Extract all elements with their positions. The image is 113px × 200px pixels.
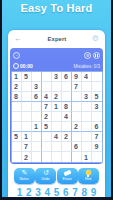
cell-r4c3[interactable]: [32, 102, 42, 112]
cell-r1c8[interactable]: 4: [82, 72, 92, 82]
numpad-7[interactable]: 7: [71, 187, 80, 198]
cell-r6c3[interactable]: 1: [32, 122, 42, 132]
banner-title: Easy To Hard: [2, 0, 111, 16]
cell-r9c7[interactable]: [72, 152, 82, 162]
cell-r1c7[interactable]: 9: [72, 72, 82, 82]
cell-r8c6[interactable]: [62, 142, 72, 152]
sudoku-grid: 15369423786423571832415265142776921: [11, 71, 103, 163]
cell-r3c5[interactable]: 2: [52, 92, 62, 102]
cell-r2c9[interactable]: [92, 82, 102, 92]
cell-r1c1[interactable]: 1: [12, 72, 22, 82]
cell-r9c6[interactable]: [62, 152, 72, 162]
cell-r9c5[interactable]: [52, 152, 62, 162]
cell-r4c5[interactable]: 1: [52, 102, 62, 112]
panel-collapse-icon[interactable]: ‹: [13, 52, 20, 59]
cell-r8c9[interactable]: 9: [92, 142, 102, 152]
cell-r5c4[interactable]: 2: [42, 112, 52, 122]
clock-icon: [13, 63, 19, 69]
status-row: 00:00 Mistakes: 0/3: [10, 61, 103, 71]
cell-r6c6[interactable]: [62, 122, 72, 132]
pencil-icon: ✎: [22, 169, 28, 177]
timer: 00:00: [13, 61, 46, 72]
cell-r3c3[interactable]: 6: [32, 92, 42, 102]
numpad: 123456789: [14, 187, 99, 198]
erase-button[interactable]: Erase: [57, 168, 78, 184]
cell-r4c4[interactable]: 7: [42, 102, 52, 112]
tool-label: Hint: [85, 177, 91, 181]
cell-r8c4[interactable]: [42, 142, 52, 152]
cell-r5c1[interactable]: [12, 112, 22, 122]
cell-r8c3[interactable]: [32, 142, 42, 152]
cell-r8c7[interactable]: 6: [72, 142, 82, 152]
cell-r5c6[interactable]: 4: [62, 112, 72, 122]
cell-r3c7[interactable]: [72, 92, 82, 102]
cell-r7c9[interactable]: 7: [92, 132, 102, 142]
numpad-9[interactable]: 9: [89, 187, 98, 198]
cell-r7c3[interactable]: [32, 132, 42, 142]
app-header: ← Expert ⚙: [8, 30, 105, 48]
notes-button[interactable]: ✎ Notes: [14, 168, 35, 184]
tool-label: Erase: [63, 177, 72, 181]
cell-r9c3[interactable]: [32, 152, 42, 162]
cell-r4c1[interactable]: [12, 102, 22, 112]
hint-button[interactable]: Hint: [78, 168, 99, 184]
timer-value: 00:00: [20, 63, 33, 69]
cell-r7c6[interactable]: 2: [62, 132, 72, 142]
cell-r6c7[interactable]: 2: [72, 122, 82, 132]
cell-r1c6[interactable]: 6: [62, 72, 72, 82]
bulb-icon: [86, 169, 91, 177]
cell-r2c8[interactable]: [82, 82, 92, 92]
cell-r4c6[interactable]: 8: [62, 102, 72, 112]
tool-label: Undo: [42, 177, 50, 181]
cell-r7c1[interactable]: 5: [12, 132, 22, 142]
cell-r4c9[interactable]: 3: [92, 102, 102, 112]
cell-r8c5[interactable]: [52, 142, 62, 152]
cell-r6c2[interactable]: [22, 122, 32, 132]
panel-icon-row: ‹ ⚙: [10, 50, 103, 61]
cell-r6c9[interactable]: 6: [92, 122, 102, 132]
numpad-6[interactable]: 6: [61, 187, 70, 198]
cell-r5c5[interactable]: [52, 112, 62, 122]
panel-gear-icon[interactable]: ⚙: [84, 52, 91, 59]
cell-r5c9[interactable]: [92, 112, 102, 122]
phone-frame: Easy To Hard ← Expert ⚙ ‹ ⚙ 00:00: [0, 0, 113, 200]
cell-r2c3[interactable]: 3: [32, 82, 42, 92]
numpad-2[interactable]: 2: [24, 187, 33, 198]
numpad-5[interactable]: 5: [52, 187, 61, 198]
cell-r7c8[interactable]: [82, 132, 92, 142]
undo-icon: ↺: [43, 169, 49, 177]
cell-r5c3[interactable]: [32, 112, 42, 122]
numpad-4[interactable]: 4: [43, 187, 52, 198]
cell-r1c5[interactable]: 3: [52, 72, 62, 82]
cell-r3c8[interactable]: 3: [82, 92, 92, 102]
ad-background: Easy To Hard ← Expert ⚙ ‹ ⚙ 00:00: [2, 0, 111, 197]
numpad-3[interactable]: 3: [34, 187, 43, 198]
page-title: Expert: [48, 36, 67, 42]
game-panel: ‹ ⚙ 00:00 Mistakes: 0/3 1536942378642357…: [10, 48, 103, 164]
back-icon[interactable]: ←: [14, 35, 22, 43]
cell-r9c4[interactable]: [42, 152, 52, 162]
cell-r5c2[interactable]: [22, 112, 32, 122]
cell-r2c7[interactable]: 7: [72, 82, 82, 92]
cell-r4c2[interactable]: [22, 102, 32, 112]
cell-r3c6[interactable]: [62, 92, 72, 102]
cell-r9c2[interactable]: 2: [22, 152, 32, 162]
cell-r1c3[interactable]: [32, 72, 42, 82]
cell-r1c4[interactable]: [42, 72, 52, 82]
cell-r2c4[interactable]: [42, 82, 52, 92]
cell-r7c4[interactable]: [42, 132, 52, 142]
cell-r7c2[interactable]: 1: [22, 132, 32, 142]
toolbar: ✎ Notes ↺ Undo Erase Hint: [14, 168, 99, 184]
cell-r6c1[interactable]: [12, 122, 22, 132]
cell-r9c1[interactable]: [12, 152, 22, 162]
numpad-8[interactable]: 8: [80, 187, 89, 198]
cell-r3c2[interactable]: [22, 92, 32, 102]
cell-r1c9[interactable]: [92, 72, 102, 82]
cell-r5c8[interactable]: [82, 112, 92, 122]
cell-r1c2[interactable]: 5: [22, 72, 32, 82]
cell-r3c4[interactable]: 4: [42, 92, 52, 102]
numpad-1[interactable]: 1: [15, 187, 24, 198]
undo-button[interactable]: ↺ Undo: [35, 168, 56, 184]
pause-icon[interactable]: [93, 52, 100, 59]
tool-label: Notes: [20, 177, 29, 181]
cell-r9c9[interactable]: [92, 152, 102, 162]
cell-r8c1[interactable]: [12, 142, 22, 152]
mistakes-counter: Mistakes: 0/3: [73, 64, 100, 69]
settings-gear-icon[interactable]: ⚙: [92, 35, 99, 43]
cell-r4c8[interactable]: [82, 102, 92, 112]
cell-r9c8[interactable]: 1: [82, 152, 92, 162]
cell-r6c8[interactable]: [82, 122, 92, 132]
cell-r5c7[interactable]: [72, 112, 82, 122]
cell-r3c1[interactable]: 8: [12, 92, 22, 102]
cell-r4c7[interactable]: [72, 102, 82, 112]
cell-r2c5[interactable]: [52, 82, 62, 92]
app-card: ← Expert ⚙ ‹ ⚙ 00:00 Mistakes: 0/3: [8, 30, 105, 197]
cell-r7c7[interactable]: [72, 132, 82, 142]
cell-r8c2[interactable]: 7: [22, 142, 32, 152]
eraser-icon: [64, 169, 71, 177]
cell-r3c9[interactable]: 5: [92, 92, 102, 102]
cell-r2c1[interactable]: 2: [12, 82, 22, 92]
cell-r2c6[interactable]: [62, 82, 72, 92]
cell-r8c8[interactable]: [82, 142, 92, 152]
cell-r6c5[interactable]: [52, 122, 62, 132]
cell-r2c2[interactable]: [22, 82, 32, 92]
cell-r7c5[interactable]: 4: [52, 132, 62, 142]
cell-r6c4[interactable]: 5: [42, 122, 52, 132]
